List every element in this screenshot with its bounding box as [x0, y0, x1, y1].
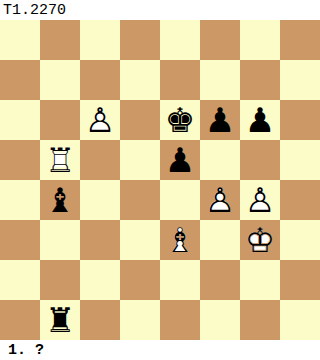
- square-a2[interactable]: [0, 260, 40, 300]
- square-c5[interactable]: [80, 140, 120, 180]
- square-e4[interactable]: [160, 180, 200, 220]
- square-b2[interactable]: [40, 260, 80, 300]
- black-rook-b1: ♜: [40, 300, 80, 340]
- square-g7[interactable]: [240, 60, 280, 100]
- square-c6[interactable]: ♟♙: [80, 100, 120, 140]
- square-b1[interactable]: ♜: [40, 300, 80, 340]
- white-king-g3: ♚♔: [240, 220, 280, 260]
- square-a8[interactable]: [0, 20, 40, 60]
- square-h7[interactable]: [280, 60, 320, 100]
- black-king-e6: ♚: [160, 100, 200, 140]
- square-d4[interactable]: [120, 180, 160, 220]
- square-d5[interactable]: [120, 140, 160, 180]
- square-h2[interactable]: [280, 260, 320, 300]
- square-g6[interactable]: ♟: [240, 100, 280, 140]
- square-h5[interactable]: [280, 140, 320, 180]
- square-h8[interactable]: [280, 20, 320, 60]
- square-g8[interactable]: [240, 20, 280, 60]
- square-a3[interactable]: [0, 220, 40, 260]
- square-e7[interactable]: [160, 60, 200, 100]
- square-f5[interactable]: [200, 140, 240, 180]
- square-d8[interactable]: [120, 20, 160, 60]
- square-f2[interactable]: [200, 260, 240, 300]
- square-b6[interactable]: [40, 100, 80, 140]
- square-e8[interactable]: [160, 20, 200, 60]
- square-g3[interactable]: ♚♔: [240, 220, 280, 260]
- square-g2[interactable]: [240, 260, 280, 300]
- square-h4[interactable]: [280, 180, 320, 220]
- white-pawn-f4: ♟♙: [200, 180, 240, 220]
- square-f4[interactable]: ♟♙: [200, 180, 240, 220]
- square-d6[interactable]: [120, 100, 160, 140]
- square-a7[interactable]: [0, 60, 40, 100]
- square-c4[interactable]: [80, 180, 120, 220]
- black-pawn-g6: ♟: [240, 100, 280, 140]
- square-h1[interactable]: [280, 300, 320, 340]
- square-a4[interactable]: [0, 180, 40, 220]
- white-pawn-g4: ♟♙: [240, 180, 280, 220]
- square-e6[interactable]: ♚: [160, 100, 200, 140]
- black-bishop-b4: ♝: [40, 180, 80, 220]
- square-c3[interactable]: [80, 220, 120, 260]
- black-pawn-e5: ♟: [160, 140, 200, 180]
- black-pawn-f6: ♟: [200, 100, 240, 140]
- square-f3[interactable]: [200, 220, 240, 260]
- square-c2[interactable]: [80, 260, 120, 300]
- square-c1[interactable]: [80, 300, 120, 340]
- square-e1[interactable]: [160, 300, 200, 340]
- white-bishop-e3: ♝♗: [160, 220, 200, 260]
- square-a5[interactable]: [0, 140, 40, 180]
- square-f8[interactable]: [200, 20, 240, 60]
- puzzle-title: T1.2270: [0, 0, 320, 20]
- square-a1[interactable]: [0, 300, 40, 340]
- square-d7[interactable]: [120, 60, 160, 100]
- square-b4[interactable]: ♝: [40, 180, 80, 220]
- square-b7[interactable]: [40, 60, 80, 100]
- square-f6[interactable]: ♟: [200, 100, 240, 140]
- square-d2[interactable]: [120, 260, 160, 300]
- square-f7[interactable]: [200, 60, 240, 100]
- square-c8[interactable]: [80, 20, 120, 60]
- square-b3[interactable]: [40, 220, 80, 260]
- square-f1[interactable]: [200, 300, 240, 340]
- square-h3[interactable]: [280, 220, 320, 260]
- white-pawn-c6: ♟♙: [80, 100, 120, 140]
- white-rook-b5: ♜♖: [40, 140, 80, 180]
- square-e2[interactable]: [160, 260, 200, 300]
- square-b5[interactable]: ♜♖: [40, 140, 80, 180]
- square-b8[interactable]: [40, 20, 80, 60]
- square-d1[interactable]: [120, 300, 160, 340]
- square-e5[interactable]: ♟: [160, 140, 200, 180]
- square-c7[interactable]: [80, 60, 120, 100]
- square-e3[interactable]: ♝♗: [160, 220, 200, 260]
- square-h6[interactable]: [280, 100, 320, 140]
- square-g4[interactable]: ♟♙: [240, 180, 280, 220]
- chess-board: ♟♙♚♟♟♜♖♟♝♟♙♟♙♝♗♚♔♜: [0, 20, 320, 340]
- square-a6[interactable]: [0, 100, 40, 140]
- square-g5[interactable]: [240, 140, 280, 180]
- square-d3[interactable]: [120, 220, 160, 260]
- move-prompt: 1. ?: [0, 340, 320, 360]
- square-g1[interactable]: [240, 300, 280, 340]
